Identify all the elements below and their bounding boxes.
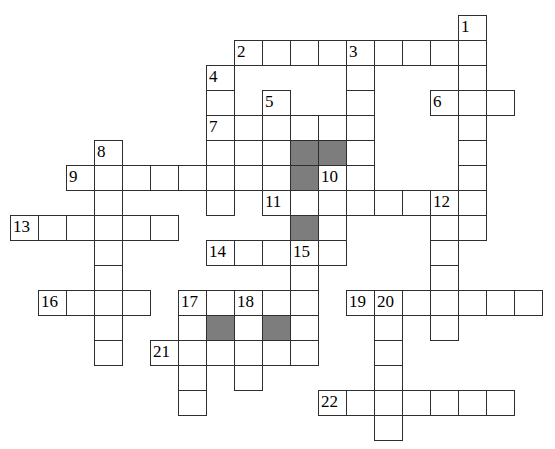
crossword-cell-c1-r8[interactable] <box>38 215 67 241</box>
clue-number-20: 20 <box>377 291 394 313</box>
crossword-cell-c7-r5[interactable] <box>206 140 235 166</box>
crossword-cell-c8-r6[interactable] <box>234 165 263 191</box>
crossword-cell-c13-r11[interactable]: 20 <box>374 290 403 316</box>
crossword-cell-c12-r2[interactable] <box>346 65 375 91</box>
crossword-cell-c15-r10[interactable] <box>430 265 459 291</box>
clue-number-2: 2 <box>237 41 246 63</box>
clue-number-12: 12 <box>433 191 450 213</box>
crossword-cell-c11-r7[interactable] <box>318 190 347 216</box>
crossword-cell-c8-r14[interactable] <box>234 365 263 391</box>
crossword-cell-c13-r13[interactable] <box>374 340 403 366</box>
crossword-cell-c3-r8[interactable] <box>94 215 123 241</box>
blocked-cell-c7-r12 <box>206 315 235 341</box>
clue-number-15: 15 <box>293 241 310 263</box>
crossword-cell-c5-r6[interactable] <box>150 165 179 191</box>
clue-number-7: 7 <box>209 116 218 138</box>
blocked-cell-c10-r6 <box>290 165 319 191</box>
crossword-cell-c10-r9[interactable]: 15 <box>290 240 319 266</box>
crossword-cell-c13-r1[interactable] <box>374 40 403 66</box>
crossword-cell-c11-r15[interactable]: 22 <box>318 390 347 416</box>
crossword-page: 12345678910111213141516171819202122 <box>0 0 555 449</box>
crossword-cell-c8-r11[interactable]: 18 <box>234 290 263 316</box>
crossword-cell-c8-r5[interactable] <box>234 140 263 166</box>
clue-number-10: 10 <box>321 166 338 188</box>
clue-number-5: 5 <box>265 91 274 113</box>
crossword-cell-c16-r5[interactable] <box>458 140 487 166</box>
crossword-cell-c7-r6[interactable] <box>206 165 235 191</box>
crossword-cell-c17-r11[interactable] <box>486 290 515 316</box>
crossword-cell-c16-r3[interactable] <box>458 90 487 116</box>
crossword-cell-c3-r13[interactable] <box>94 340 123 366</box>
crossword-cell-c17-r3[interactable] <box>486 90 515 116</box>
crossword-cell-c3-r9[interactable] <box>94 240 123 266</box>
crossword-cell-c14-r7[interactable] <box>402 190 431 216</box>
clue-number-19: 19 <box>349 291 366 313</box>
crossword-cell-c15-r15[interactable] <box>430 390 459 416</box>
crossword-cell-c9-r7[interactable]: 11 <box>262 190 291 216</box>
crossword-cell-c3-r7[interactable] <box>94 190 123 216</box>
crossword-cell-c13-r14[interactable] <box>374 365 403 391</box>
crossword-cell-c9-r11[interactable] <box>262 290 291 316</box>
crossword-cell-c13-r15[interactable] <box>374 390 403 416</box>
clue-number-14: 14 <box>209 241 226 263</box>
crossword-cell-c7-r3[interactable] <box>206 90 235 116</box>
clue-number-9: 9 <box>69 166 78 188</box>
crossword-cell-c8-r4[interactable] <box>234 115 263 141</box>
crossword-cell-c12-r15[interactable] <box>346 390 375 416</box>
crossword-cell-c15-r7[interactable]: 12 <box>430 190 459 216</box>
crossword-cell-c16-r4[interactable] <box>458 115 487 141</box>
crossword-cell-c11-r1[interactable] <box>318 40 347 66</box>
crossword-cell-c7-r13[interactable] <box>206 340 235 366</box>
crossword-cell-c15-r1[interactable] <box>430 40 459 66</box>
crossword-cell-c12-r3[interactable] <box>346 90 375 116</box>
crossword-cell-c4-r8[interactable] <box>122 215 151 241</box>
crossword-cell-c3-r10[interactable] <box>94 265 123 291</box>
clue-number-17: 17 <box>181 291 198 313</box>
crossword-cell-c16-r7[interactable] <box>458 190 487 216</box>
crossword-cell-c5-r13[interactable]: 21 <box>150 340 179 366</box>
crossword-cell-c9-r6[interactable] <box>262 165 291 191</box>
clue-number-18: 18 <box>237 291 254 313</box>
blocked-cell-c10-r5 <box>290 140 319 166</box>
crossword-cell-c16-r2[interactable] <box>458 65 487 91</box>
crossword-cell-c12-r6[interactable] <box>346 165 375 191</box>
crossword-cell-c3-r11[interactable] <box>94 290 123 316</box>
crossword-cell-c18-r11[interactable] <box>514 290 543 316</box>
crossword-cell-c7-r11[interactable] <box>206 290 235 316</box>
crossword-cell-c8-r13[interactable] <box>234 340 263 366</box>
crossword-cell-c4-r11[interactable] <box>122 290 151 316</box>
crossword-cell-c3-r12[interactable] <box>94 315 123 341</box>
crossword-cell-c15-r9[interactable] <box>430 240 459 266</box>
clue-number-13: 13 <box>13 216 30 238</box>
crossword-cell-c9-r13[interactable] <box>262 340 291 366</box>
crossword-cell-c15-r12[interactable] <box>430 315 459 341</box>
crossword-board: 12345678910111213141516171819202122 <box>0 0 555 449</box>
crossword-cell-c14-r1[interactable] <box>402 40 431 66</box>
crossword-cell-c9-r5[interactable] <box>262 140 291 166</box>
crossword-cell-c6-r13[interactable] <box>178 340 207 366</box>
crossword-cell-c9-r4[interactable] <box>262 115 291 141</box>
clue-number-11: 11 <box>265 191 281 213</box>
crossword-cell-c14-r11[interactable] <box>402 290 431 316</box>
clue-number-4: 4 <box>209 66 218 88</box>
crossword-cell-c17-r15[interactable] <box>486 390 515 416</box>
crossword-cell-c8-r12[interactable] <box>234 315 263 341</box>
clue-number-21: 21 <box>153 341 170 363</box>
crossword-cell-c12-r4[interactable] <box>346 115 375 141</box>
clue-number-8: 8 <box>97 141 106 163</box>
crossword-cell-c2-r8[interactable] <box>66 215 95 241</box>
crossword-cell-c1-r11[interactable]: 16 <box>38 290 67 316</box>
crossword-cell-c0-r8[interactable]: 13 <box>10 215 39 241</box>
crossword-cell-c14-r15[interactable] <box>402 390 431 416</box>
crossword-cell-c10-r4[interactable] <box>290 115 319 141</box>
crossword-cell-c9-r1[interactable] <box>262 40 291 66</box>
crossword-cell-c10-r10[interactable] <box>290 265 319 291</box>
crossword-cell-c10-r1[interactable] <box>290 40 319 66</box>
blocked-cell-c9-r12 <box>262 315 291 341</box>
crossword-cell-c7-r7[interactable] <box>206 190 235 216</box>
crossword-cell-c5-r8[interactable] <box>150 215 179 241</box>
crossword-cell-c15-r11[interactable] <box>430 290 459 316</box>
clue-number-1: 1 <box>461 16 470 38</box>
crossword-cell-c16-r6[interactable] <box>458 165 487 191</box>
crossword-cell-c6-r14[interactable] <box>178 365 207 391</box>
crossword-cell-c6-r11[interactable]: 17 <box>178 290 207 316</box>
crossword-cell-c3-r6[interactable] <box>94 165 123 191</box>
crossword-cell-c16-r1[interactable] <box>458 40 487 66</box>
crossword-cell-c10-r12[interactable] <box>290 315 319 341</box>
crossword-cell-c15-r8[interactable] <box>430 215 459 241</box>
crossword-cell-c13-r16[interactable] <box>374 415 403 441</box>
crossword-cell-c10-r7[interactable] <box>290 190 319 216</box>
crossword-cell-c16-r11[interactable] <box>458 290 487 316</box>
crossword-cell-c2-r11[interactable] <box>66 290 95 316</box>
clue-number-3: 3 <box>349 41 358 63</box>
blocked-cell-c10-r8 <box>290 215 319 241</box>
crossword-cell-c4-r6[interactable] <box>122 165 151 191</box>
crossword-cell-c6-r12[interactable] <box>178 315 207 341</box>
crossword-cell-c11-r9[interactable] <box>318 240 347 266</box>
crossword-cell-c12-r11[interactable]: 19 <box>346 290 375 316</box>
blocked-cell-c11-r5 <box>318 140 347 166</box>
clue-number-6: 6 <box>433 91 442 113</box>
crossword-cell-c2-r6[interactable]: 9 <box>66 165 95 191</box>
crossword-cell-c16-r15[interactable] <box>458 390 487 416</box>
crossword-cell-c11-r8[interactable] <box>318 215 347 241</box>
crossword-cell-c15-r3[interactable]: 6 <box>430 90 459 116</box>
crossword-cell-c9-r9[interactable] <box>262 240 291 266</box>
crossword-cell-c12-r1[interactable]: 3 <box>346 40 375 66</box>
crossword-cell-c9-r3[interactable]: 5 <box>262 90 291 116</box>
crossword-cell-c11-r4[interactable] <box>318 115 347 141</box>
crossword-cell-c10-r11[interactable] <box>290 290 319 316</box>
crossword-cell-c16-r8[interactable] <box>458 215 487 241</box>
clue-number-16: 16 <box>41 291 58 313</box>
crossword-cell-c11-r6[interactable]: 10 <box>318 165 347 191</box>
crossword-cell-c12-r5[interactable] <box>346 140 375 166</box>
crossword-cell-c8-r9[interactable] <box>234 240 263 266</box>
crossword-cell-c7-r4[interactable]: 7 <box>206 115 235 141</box>
crossword-cell-c6-r15[interactable] <box>178 390 207 416</box>
crossword-cell-c7-r2[interactable]: 4 <box>206 65 235 91</box>
crossword-cell-c12-r7[interactable] <box>346 190 375 216</box>
crossword-cell-c6-r6[interactable] <box>178 165 207 191</box>
crossword-cell-c13-r7[interactable] <box>374 190 403 216</box>
clue-number-22: 22 <box>321 391 338 413</box>
crossword-cell-c7-r9[interactable]: 14 <box>206 240 235 266</box>
crossword-cell-c16-r0[interactable]: 1 <box>458 15 487 41</box>
crossword-cell-c13-r12[interactable] <box>374 315 403 341</box>
crossword-cell-c8-r1[interactable]: 2 <box>234 40 263 66</box>
crossword-cell-c3-r5[interactable]: 8 <box>94 140 123 166</box>
crossword-cell-c10-r13[interactable] <box>290 340 319 366</box>
